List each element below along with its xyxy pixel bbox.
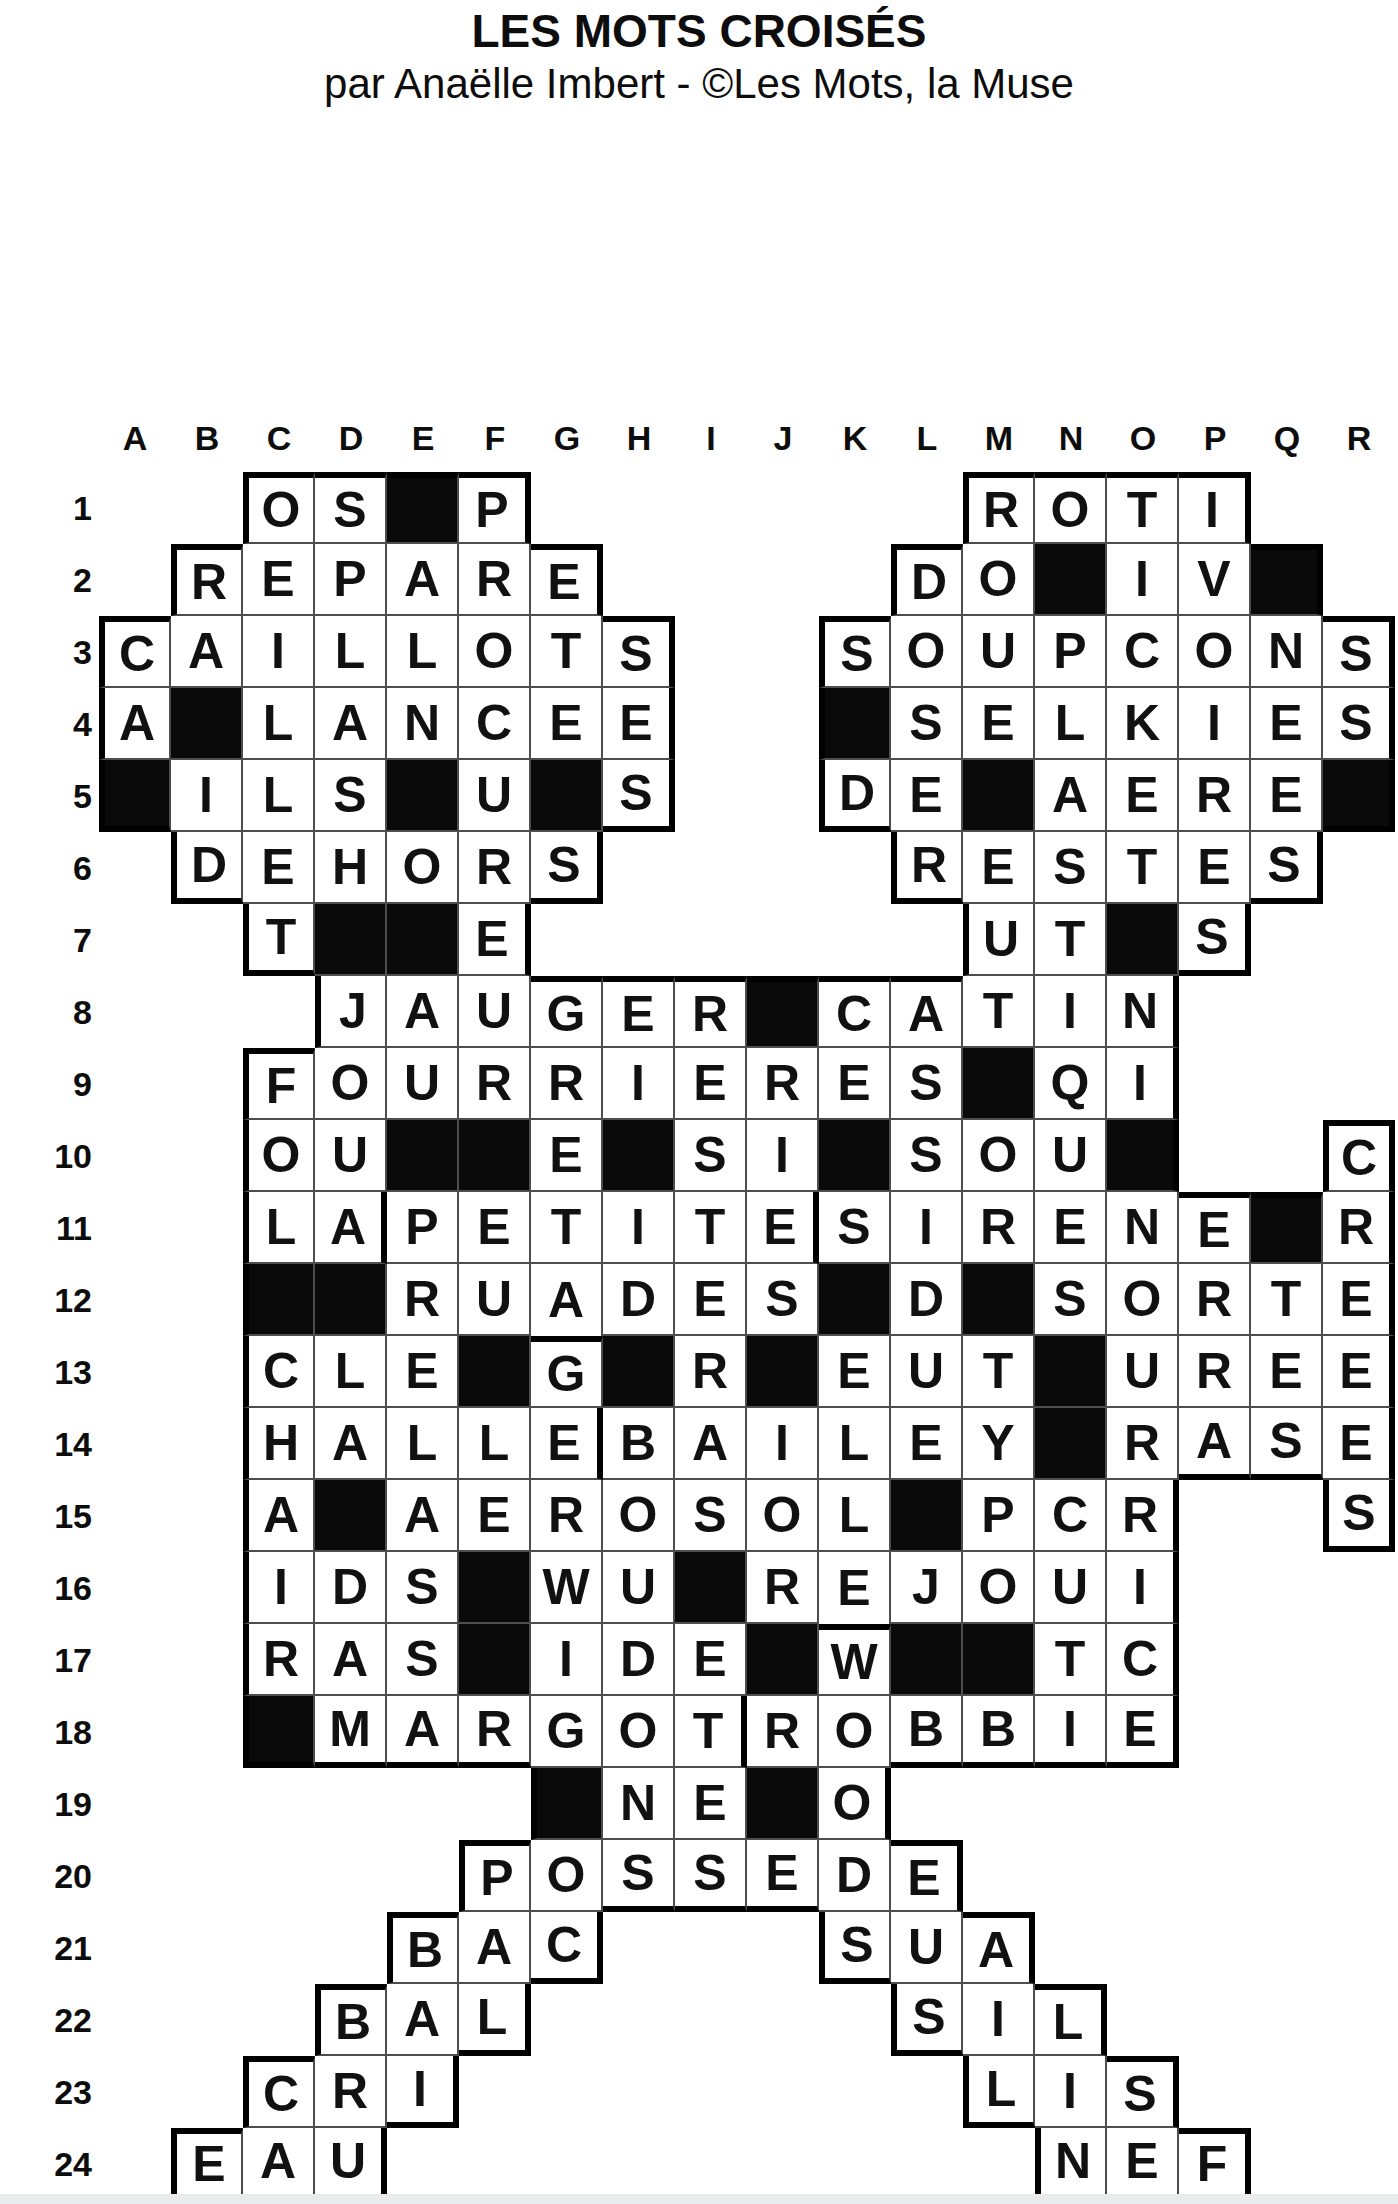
cell-M4: E [963, 688, 1035, 760]
cell-R12: E [1323, 1264, 1395, 1336]
cell-A20-outside [99, 1840, 171, 1912]
cell-N20-outside [1035, 1840, 1107, 1912]
page-byline: par Anaëlle Imbert - ©Les Mots, la Muse [0, 60, 1398, 108]
cell-D23: R [315, 2056, 387, 2128]
cell-J24-outside [747, 2128, 819, 2200]
cell-C4: L [243, 688, 315, 760]
cell-J8-black [747, 976, 819, 1048]
cell-C16: I [243, 1552, 315, 1624]
cell-P14: A [1179, 1408, 1251, 1480]
cell-B23-outside [171, 2056, 243, 2128]
cell-P10-outside [1179, 1120, 1251, 1192]
cell-R15: S [1323, 1480, 1395, 1552]
cell-Q17-outside [1251, 1624, 1323, 1696]
cell-L7-outside [891, 904, 963, 976]
row-number-17: 17 [0, 1624, 96, 1696]
cell-D17: A [315, 1624, 387, 1696]
cell-C1: O [243, 472, 315, 544]
cell-H19: N [603, 1768, 675, 1840]
cell-K24-outside [819, 2128, 891, 2200]
cell-F19-outside [459, 1768, 531, 1840]
cell-N22: L [1035, 1984, 1107, 2056]
cell-L12: D [891, 1264, 963, 1336]
cell-N1: O [1035, 472, 1107, 544]
cell-R24-outside [1323, 2128, 1395, 2200]
cell-J18: R [747, 1696, 819, 1768]
cell-G8: G [531, 976, 603, 1048]
cell-O6: T [1107, 832, 1179, 904]
cell-Q3: N [1251, 616, 1323, 688]
cell-F17-black [459, 1624, 531, 1696]
cell-B20-outside [171, 1840, 243, 1912]
cell-E14: L [387, 1408, 459, 1480]
cell-B21-outside [171, 1912, 243, 1984]
cell-Q18-outside [1251, 1696, 1323, 1768]
row-number-4: 4 [0, 688, 96, 760]
cell-O3: C [1107, 616, 1179, 688]
cell-N12: S [1035, 1264, 1107, 1336]
cell-M8: T [963, 976, 1035, 1048]
cell-P19-outside [1179, 1768, 1251, 1840]
cell-K4-black [819, 688, 891, 760]
cell-O21-outside [1107, 1912, 1179, 1984]
cell-O22-outside [1107, 1984, 1179, 2056]
cell-K14: L [819, 1408, 891, 1480]
cell-C15: A [243, 1480, 315, 1552]
cell-I20: S [675, 1840, 747, 1912]
cell-E15: A [387, 1480, 459, 1552]
cell-K3: S [819, 616, 891, 688]
cell-I4-outside [675, 688, 747, 760]
row-number-5: 5 [0, 760, 96, 832]
cell-D22: B [315, 1984, 387, 2056]
cell-F23-outside [459, 2056, 531, 2128]
cell-J1-outside [747, 472, 819, 544]
cell-M14: Y [963, 1408, 1035, 1480]
cell-L23-outside [891, 2056, 963, 2128]
cell-Q11-black [1251, 1192, 1323, 1264]
cell-H5: S [603, 760, 675, 832]
cell-O24: E [1107, 2128, 1179, 2200]
cell-A1-outside [99, 472, 171, 544]
cell-I1-outside [675, 472, 747, 544]
cell-F7: E [459, 904, 531, 976]
cell-Q20-outside [1251, 1840, 1323, 1912]
cell-E18: A [387, 1696, 459, 1768]
cell-C8-outside [243, 976, 315, 1048]
cell-B14-outside [171, 1408, 243, 1480]
cell-Q12: T [1251, 1264, 1323, 1336]
cell-H14: B [603, 1408, 675, 1480]
cell-B6: D [171, 832, 243, 904]
cell-J6-outside [747, 832, 819, 904]
cell-F10-black [459, 1120, 531, 1192]
cell-F24-outside [459, 2128, 531, 2200]
cell-K19: O [819, 1768, 891, 1840]
cell-D21-outside [315, 1912, 387, 1984]
cell-K9: E [819, 1048, 891, 1120]
cell-P9-outside [1179, 1048, 1251, 1120]
cell-M11: R [963, 1192, 1035, 1264]
cell-G23-outside [531, 2056, 603, 2128]
cell-M23: L [963, 2056, 1035, 2128]
cell-I18: T [675, 1696, 747, 1768]
cell-N2-black [1035, 544, 1107, 616]
cell-F11: E [459, 1192, 531, 1264]
cell-Q24-outside [1251, 2128, 1323, 2200]
cell-O12: O [1107, 1264, 1179, 1336]
cell-M15: P [963, 1480, 1035, 1552]
cell-H16: U [603, 1552, 675, 1624]
cell-A21-outside [99, 1912, 171, 1984]
cell-G7-outside [531, 904, 603, 976]
cell-F8: U [459, 976, 531, 1048]
cell-H13-black [603, 1336, 675, 1408]
cell-I19: E [675, 1768, 747, 1840]
cell-Q21-outside [1251, 1912, 1323, 1984]
cell-O8: N [1107, 976, 1179, 1048]
cell-D9: O [315, 1048, 387, 1120]
cell-K23-outside [819, 2056, 891, 2128]
cell-E22: A [387, 1984, 459, 2056]
cell-I22-outside [675, 1984, 747, 2056]
cell-C20-outside [243, 1840, 315, 1912]
cell-P20-outside [1179, 1840, 1251, 1912]
cell-L6: R [891, 832, 963, 904]
cell-J23-outside [747, 2056, 819, 2128]
cell-N6: S [1035, 832, 1107, 904]
cell-C14: H [243, 1408, 315, 1480]
cell-C21-outside [243, 1912, 315, 1984]
cell-P8-outside [1179, 976, 1251, 1048]
cell-K21: S [819, 1912, 891, 1984]
cell-E7-black [387, 904, 459, 976]
cell-K15: L [819, 1480, 891, 1552]
cell-B11-outside [171, 1192, 243, 1264]
cell-M18: B [963, 1696, 1035, 1768]
cell-A12-outside [99, 1264, 171, 1336]
cell-B22-outside [171, 1984, 243, 2056]
cell-A13-outside [99, 1336, 171, 1408]
cell-B12-outside [171, 1264, 243, 1336]
cell-G4: E [531, 688, 603, 760]
cell-R23-outside [1323, 2056, 1395, 2128]
cell-D3: L [315, 616, 387, 688]
cell-I2-outside [675, 544, 747, 616]
cell-M13: T [963, 1336, 1035, 1408]
cell-K11: S [819, 1192, 891, 1264]
cell-Q6: S [1251, 832, 1323, 904]
cell-N24: N [1035, 2128, 1107, 2200]
cell-A14-outside [99, 1408, 171, 1480]
cell-E23: I [387, 2056, 459, 2128]
cell-O16: I [1107, 1552, 1179, 1624]
cell-G10: E [531, 1120, 603, 1192]
cell-M12-black [963, 1264, 1035, 1336]
cell-H3: S [603, 616, 675, 688]
cell-F21: A [459, 1912, 531, 1984]
cell-O7-black [1107, 904, 1179, 976]
cell-I5-outside [675, 760, 747, 832]
cell-Q4: E [1251, 688, 1323, 760]
cell-F12: U [459, 1264, 531, 1336]
row-number-12: 12 [0, 1264, 96, 1336]
cell-E16: S [387, 1552, 459, 1624]
cell-M22: I [963, 1984, 1035, 2056]
row-number-16: 16 [0, 1552, 96, 1624]
cell-B15-outside [171, 1480, 243, 1552]
cell-P23-outside [1179, 2056, 1251, 2128]
cell-N9: Q [1035, 1048, 1107, 1120]
cell-H23-outside [603, 2056, 675, 2128]
cell-I15: S [675, 1480, 747, 1552]
column-header-P: P [1179, 408, 1251, 464]
cell-N7: T [1035, 904, 1107, 976]
cell-B17-outside [171, 1624, 243, 1696]
cell-L10: S [891, 1120, 963, 1192]
cell-B9-outside [171, 1048, 243, 1120]
column-header-F: F [459, 408, 531, 464]
cell-N21-outside [1035, 1912, 1107, 1984]
cell-G13: G [531, 1336, 603, 1408]
cell-I7-outside [675, 904, 747, 976]
cell-N4: L [1035, 688, 1107, 760]
cell-B7-outside [171, 904, 243, 976]
cell-C13: C [243, 1336, 315, 1408]
cell-O17: C [1107, 1624, 1179, 1696]
cell-R6-outside [1323, 832, 1395, 904]
cell-J3-outside [747, 616, 819, 688]
column-header-M: M [963, 408, 1035, 464]
cell-Q8-outside [1251, 976, 1323, 1048]
cell-I23-outside [675, 2056, 747, 2128]
cell-G14: E [531, 1408, 603, 1480]
cell-M10: O [963, 1120, 1035, 1192]
cell-A2-outside [99, 544, 171, 616]
column-header-Q: Q [1251, 408, 1323, 464]
cell-A5-black [99, 760, 171, 832]
page-title: LES MOTS CROISÉS [0, 4, 1398, 58]
cell-I6-outside [675, 832, 747, 904]
cell-A22-outside [99, 1984, 171, 2056]
cell-F1: P [459, 472, 531, 544]
cell-K5: D [819, 760, 891, 832]
cell-K17: W [819, 1624, 891, 1696]
cell-R1-outside [1323, 472, 1395, 544]
cell-K18: O [819, 1696, 891, 1768]
cell-P13: R [1179, 1336, 1251, 1408]
cell-G18: G [531, 1696, 603, 1768]
cell-L4: S [891, 688, 963, 760]
cell-B24: E [171, 2128, 243, 2200]
cell-I14: A [675, 1408, 747, 1480]
cell-R10: C [1323, 1120, 1395, 1192]
cell-E13: E [387, 1336, 459, 1408]
cell-P3: O [1179, 616, 1251, 688]
cell-P11: E [1179, 1192, 1251, 1264]
row-number-9: 9 [0, 1048, 96, 1120]
cell-C7: T [243, 904, 315, 976]
cell-D14: A [315, 1408, 387, 1480]
cell-D24: U [315, 2128, 387, 2200]
cell-Q7-outside [1251, 904, 1323, 976]
cell-F6: R [459, 832, 531, 904]
cell-F16-black [459, 1552, 531, 1624]
cell-O4: K [1107, 688, 1179, 760]
cell-Q13: E [1251, 1336, 1323, 1408]
cell-D20-outside [315, 1840, 387, 1912]
cell-G21: C [531, 1912, 603, 1984]
cell-L22: S [891, 1984, 963, 2056]
cell-D16: D [315, 1552, 387, 1624]
cell-P1: I [1179, 472, 1251, 544]
cell-B19-outside [171, 1768, 243, 1840]
cell-E5-black [387, 760, 459, 832]
cell-H20: S [603, 1840, 675, 1912]
row-number-11: 11 [0, 1192, 96, 1264]
cell-M6: E [963, 832, 1035, 904]
cell-A11-outside [99, 1192, 171, 1264]
cell-R3: S [1323, 616, 1395, 688]
cell-L17-black [891, 1624, 963, 1696]
cell-N15: C [1035, 1480, 1107, 1552]
cell-A3: C [99, 616, 171, 688]
cell-L15-black [891, 1480, 963, 1552]
row-number-2: 2 [0, 544, 96, 616]
row-number-10: 10 [0, 1120, 96, 1192]
cell-F2: R [459, 544, 531, 616]
cell-J20: E [747, 1840, 819, 1912]
cell-B1-outside [171, 472, 243, 544]
cell-J14: I [747, 1408, 819, 1480]
cell-M2: O [963, 544, 1035, 616]
cell-B5: I [171, 760, 243, 832]
cell-D2: P [315, 544, 387, 616]
row-number-20: 20 [0, 1840, 96, 1912]
cell-I17: E [675, 1624, 747, 1696]
cell-N13-black [1035, 1336, 1107, 1408]
column-header-N: N [1035, 408, 1107, 464]
cell-I12: E [675, 1264, 747, 1336]
cell-Q22-outside [1251, 1984, 1323, 2056]
cell-J10: I [747, 1120, 819, 1192]
column-header-J: J [747, 408, 819, 464]
crossword-grid: OSPROTIREPAREDOIVCAILLOTSSOUPCONSALANCEE… [99, 472, 1395, 2200]
cell-E17: S [387, 1624, 459, 1696]
cell-Q15-outside [1251, 1480, 1323, 1552]
cell-G5-black [531, 760, 603, 832]
cell-N18: I [1035, 1696, 1107, 1768]
cell-D10: U [315, 1120, 387, 1192]
row-number-21: 21 [0, 1912, 96, 1984]
cell-P21-outside [1179, 1912, 1251, 1984]
cell-Q9-outside [1251, 1048, 1323, 1120]
cell-H8: E [603, 976, 675, 1048]
cell-J19-black [747, 1768, 819, 1840]
cell-P15-outside [1179, 1480, 1251, 1552]
cell-R16-outside [1323, 1552, 1395, 1624]
column-header-D: D [315, 408, 387, 464]
cell-H9: I [603, 1048, 675, 1120]
cell-N16: U [1035, 1552, 1107, 1624]
cell-J16: R [747, 1552, 819, 1624]
cell-K8: C [819, 976, 891, 1048]
cell-C9: F [243, 1048, 315, 1120]
cell-R21-outside [1323, 1912, 1395, 1984]
column-header-O: O [1107, 408, 1179, 464]
row-number-1: 1 [0, 472, 96, 544]
cell-Q19-outside [1251, 1768, 1323, 1840]
cell-F22: L [459, 1984, 531, 2056]
column-header-C: C [243, 408, 315, 464]
cell-R7-outside [1323, 904, 1395, 976]
cell-I10: S [675, 1120, 747, 1192]
cell-P4: I [1179, 688, 1251, 760]
cell-D1: S [315, 472, 387, 544]
cell-O18: E [1107, 1696, 1179, 1768]
cell-G3: T [531, 616, 603, 688]
cell-L14: E [891, 1408, 963, 1480]
cell-N8: I [1035, 976, 1107, 1048]
row-number-13: 13 [0, 1336, 96, 1408]
cell-M1: R [963, 472, 1035, 544]
cell-D13: L [315, 1336, 387, 1408]
cell-H12: D [603, 1264, 675, 1336]
cell-L8: A [891, 976, 963, 1048]
cell-A23-outside [99, 2056, 171, 2128]
cell-B2: R [171, 544, 243, 616]
cell-K22-outside [819, 1984, 891, 2056]
cell-G6: S [531, 832, 603, 904]
cell-F18: R [459, 1696, 531, 1768]
cell-I21-outside [675, 1912, 747, 1984]
cell-P7: S [1179, 904, 1251, 976]
cell-F20: P [459, 1840, 531, 1912]
row-number-6: 6 [0, 832, 96, 904]
cell-G17: I [531, 1624, 603, 1696]
row-number-24: 24 [0, 2128, 96, 2200]
cell-E2: A [387, 544, 459, 616]
cell-K20: D [819, 1840, 891, 1912]
column-header-L: L [891, 408, 963, 464]
row-number-14: 14 [0, 1408, 96, 1480]
cell-C22-outside [243, 1984, 315, 2056]
row-number-19: 19 [0, 1768, 96, 1840]
cell-Q10-outside [1251, 1120, 1323, 1192]
cell-A7-outside [99, 904, 171, 976]
cell-H4: E [603, 688, 675, 760]
cell-R19-outside [1323, 1768, 1395, 1840]
cell-R22-outside [1323, 1984, 1395, 2056]
cell-F15: E [459, 1480, 531, 1552]
cell-H15: O [603, 1480, 675, 1552]
cell-O10-black [1107, 1120, 1179, 1192]
cell-I16-black [675, 1552, 747, 1624]
cell-H18: O [603, 1696, 675, 1768]
cell-E9: U [387, 1048, 459, 1120]
row-number-column: 123456789101112131415161718192021222324 [0, 472, 96, 2200]
cell-B8-outside [171, 976, 243, 1048]
cell-K2-outside [819, 544, 891, 616]
cell-L21: U [891, 1912, 963, 1984]
cell-E24-outside [387, 2128, 459, 2200]
cell-G20: O [531, 1840, 603, 1912]
cell-N5: A [1035, 760, 1107, 832]
row-number-8: 8 [0, 976, 96, 1048]
cell-J5-outside [747, 760, 819, 832]
cell-D8: J [315, 976, 387, 1048]
cell-O2: I [1107, 544, 1179, 616]
